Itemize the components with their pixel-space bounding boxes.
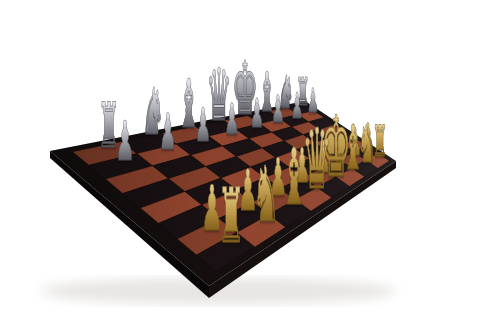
- chess-board: [0, 0, 480, 320]
- chess-set-product-photo: ♜♞♟♝♟♚♟♛♟♝♟♞♟♟♜♟♟♜♟♟♞♝♟♚♟♛♟♝♟♞♟♜: [0, 0, 480, 320]
- board-sheen: [50, 101, 396, 286]
